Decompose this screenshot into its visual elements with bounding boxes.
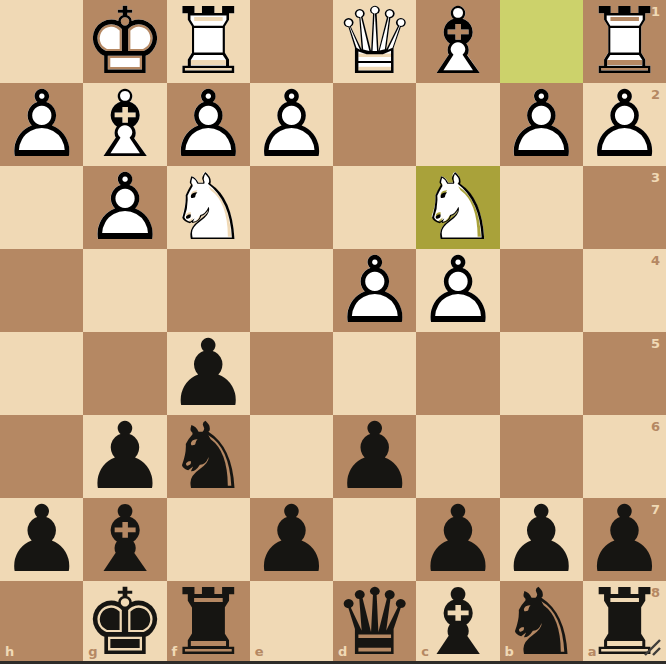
rank-label-8: 8 xyxy=(651,586,660,599)
rank-label-5: 5 xyxy=(651,337,660,350)
square-b3[interactable] xyxy=(500,166,583,249)
file-label-g: g xyxy=(88,645,97,658)
square-d2[interactable] xyxy=(333,83,416,166)
square-c5[interactable] xyxy=(416,332,499,415)
black-pawn[interactable]: ♟ xyxy=(333,415,416,498)
square-g3[interactable]: ♟♙ xyxy=(83,166,166,249)
chess-board-app: ♚♔♜♖♛♕♝♗♜♖1♟♙♝♗♟♙♟♙♟♙♟♙2♟♙♞♘♞♘3♟♙♟♙4♟5♟♞… xyxy=(0,0,666,664)
square-h5[interactable] xyxy=(0,332,83,415)
black-pawn[interactable]: ♟ xyxy=(250,498,333,581)
white-pawn[interactable]: ♟♙ xyxy=(333,249,416,332)
white-pawn[interactable]: ♟♙ xyxy=(416,249,499,332)
chess-board: ♚♔♜♖♛♕♝♗♜♖1♟♙♝♗♟♙♟♙♟♙♟♙2♟♙♞♘♞♘3♟♙♟♙4♟5♟♞… xyxy=(0,0,666,664)
piece-outline: ♙ xyxy=(416,249,499,332)
square-f8[interactable]: ♜f xyxy=(167,581,250,664)
square-e3[interactable] xyxy=(250,166,333,249)
square-b2[interactable]: ♟♙ xyxy=(500,83,583,166)
square-c8[interactable]: ♝c xyxy=(416,581,499,664)
rank-label-1: 1 xyxy=(651,5,660,18)
rank-label-7: 7 xyxy=(651,503,660,516)
square-h4[interactable] xyxy=(0,249,83,332)
square-f6[interactable]: ♞ xyxy=(167,415,250,498)
piece-fill: ♟ xyxy=(250,498,333,581)
square-h8[interactable]: h xyxy=(0,581,83,664)
piece-outline: ♗ xyxy=(416,0,499,83)
file-label-b: b xyxy=(505,645,514,658)
square-a5[interactable]: 5 xyxy=(583,332,666,415)
square-c1[interactable]: ♝♗ xyxy=(416,0,499,83)
piece-outline: ♘ xyxy=(167,166,250,249)
square-d4[interactable]: ♟♙ xyxy=(333,249,416,332)
rank-label-4: 4 xyxy=(651,254,660,267)
file-label-a: a xyxy=(588,645,597,658)
square-d1[interactable]: ♛♕ xyxy=(333,0,416,83)
file-label-e: e xyxy=(255,645,264,658)
piece-fill: ♜ xyxy=(167,581,250,664)
white-pawn[interactable]: ♟♙ xyxy=(83,166,166,249)
file-label-f: f xyxy=(172,645,178,658)
piece-outline: ♙ xyxy=(333,249,416,332)
square-a3[interactable]: 3 xyxy=(583,166,666,249)
square-e8[interactable]: e xyxy=(250,581,333,664)
white-queen[interactable]: ♛♕ xyxy=(333,0,416,83)
rank-label-2: 2 xyxy=(651,88,660,101)
white-pawn[interactable]: ♟♙ xyxy=(250,83,333,166)
white-pawn[interactable]: ♟♙ xyxy=(0,83,83,166)
piece-outline: ♙ xyxy=(500,83,583,166)
piece-outline: ♙ xyxy=(0,83,83,166)
square-d8[interactable]: ♛d xyxy=(333,581,416,664)
square-b4[interactable] xyxy=(500,249,583,332)
square-h7[interactable]: ♟ xyxy=(0,498,83,581)
piece-fill: ♟ xyxy=(333,415,416,498)
white-pawn[interactable]: ♟♙ xyxy=(500,83,583,166)
square-e7[interactable]: ♟ xyxy=(250,498,333,581)
square-d6[interactable]: ♟ xyxy=(333,415,416,498)
square-e4[interactable] xyxy=(250,249,333,332)
square-f3[interactable]: ♞♘ xyxy=(167,166,250,249)
piece-fill: ♞ xyxy=(167,415,250,498)
white-knight[interactable]: ♞♘ xyxy=(167,166,250,249)
square-h3[interactable] xyxy=(0,166,83,249)
square-h2[interactable]: ♟♙ xyxy=(0,83,83,166)
square-c4[interactable]: ♟♙ xyxy=(416,249,499,332)
piece-outline: ♕ xyxy=(333,0,416,83)
file-label-d: d xyxy=(338,645,347,658)
rank-label-6: 6 xyxy=(651,420,660,433)
square-a4[interactable]: 4 xyxy=(583,249,666,332)
black-rook[interactable]: ♜ xyxy=(167,581,250,664)
resize-handle-icon[interactable] xyxy=(641,636,663,658)
square-e2[interactable]: ♟♙ xyxy=(250,83,333,166)
piece-outline: ♙ xyxy=(250,83,333,166)
square-b5[interactable] xyxy=(500,332,583,415)
square-a2[interactable]: ♟♙2 xyxy=(583,83,666,166)
square-g8[interactable]: ♚g xyxy=(83,581,166,664)
file-label-c: c xyxy=(421,645,429,658)
white-bishop[interactable]: ♝♗ xyxy=(416,0,499,83)
piece-outline: ♙ xyxy=(83,166,166,249)
black-pawn[interactable]: ♟ xyxy=(0,498,83,581)
rank-label-3: 3 xyxy=(651,171,660,184)
square-b8[interactable]: ♞b xyxy=(500,581,583,664)
piece-fill: ♟ xyxy=(0,498,83,581)
square-e5[interactable] xyxy=(250,332,333,415)
file-label-h: h xyxy=(5,645,14,658)
black-knight[interactable]: ♞ xyxy=(167,415,250,498)
square-g4[interactable] xyxy=(83,249,166,332)
